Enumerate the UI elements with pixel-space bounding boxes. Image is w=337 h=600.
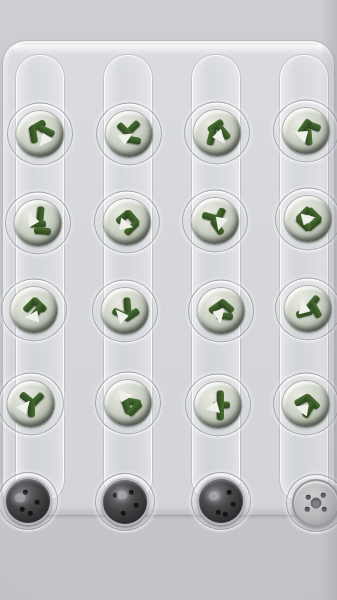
tray-cell xyxy=(0,358,75,450)
valve-item xyxy=(17,111,64,157)
tray-cell xyxy=(264,263,337,355)
disc-hole xyxy=(321,493,326,498)
valve-item xyxy=(106,111,153,157)
tray-cell xyxy=(264,174,337,266)
tray-cell xyxy=(81,265,169,357)
tray-cell xyxy=(83,177,171,269)
valve-item xyxy=(283,381,330,427)
tray-cell xyxy=(272,457,337,549)
disc-hole xyxy=(20,507,25,512)
metal-disc xyxy=(197,477,245,525)
disc-hole xyxy=(227,490,232,495)
tray-cell xyxy=(0,455,72,547)
tray-cell xyxy=(173,87,261,179)
metal-disc xyxy=(292,479,337,527)
photo-background: { "scene": { "description": "Overhead ph… xyxy=(0,0,337,600)
valve-item xyxy=(283,108,330,154)
tray-cell xyxy=(177,265,265,357)
valve-item xyxy=(285,196,332,242)
disc-hole xyxy=(121,511,126,516)
green-stem-bar xyxy=(33,227,51,235)
tray-cell xyxy=(84,357,172,449)
valve-item xyxy=(198,288,245,334)
disc-hole xyxy=(223,512,228,517)
valve-item xyxy=(192,198,239,244)
valve-item xyxy=(8,381,55,427)
valve-item xyxy=(104,199,151,245)
tray-cell xyxy=(81,456,169,548)
tray-cell xyxy=(85,88,173,180)
tray-cell xyxy=(262,85,337,177)
tray-cell xyxy=(177,455,265,547)
disc-hole xyxy=(134,503,139,508)
valve-item xyxy=(11,287,58,333)
metal-disc xyxy=(4,477,52,525)
disc-hole xyxy=(28,511,33,516)
tray-cell xyxy=(262,358,337,450)
photo xyxy=(0,0,337,600)
tray-cell xyxy=(0,178,82,270)
disc-hole xyxy=(216,510,221,515)
tray-cell xyxy=(0,264,78,356)
disc-hole xyxy=(306,495,311,500)
disc-hole xyxy=(322,507,327,512)
disc-hole xyxy=(305,507,310,512)
metal-disc xyxy=(101,478,149,526)
disc-hole xyxy=(129,490,134,495)
valve-item xyxy=(105,380,152,426)
highlight-smudge xyxy=(209,492,220,501)
blister-tray xyxy=(2,40,335,515)
valve-item xyxy=(102,288,149,334)
valve-item xyxy=(15,200,62,246)
valve-item xyxy=(195,382,242,428)
valve-item xyxy=(285,286,332,332)
disc-hole xyxy=(231,502,236,507)
tray-cell xyxy=(0,88,84,180)
highlight-smudge xyxy=(15,494,26,503)
disc-hole xyxy=(35,500,40,505)
highlight-smudge xyxy=(117,491,128,500)
tray-grid xyxy=(0,87,337,545)
tray-cell xyxy=(171,176,259,268)
tray-cell xyxy=(174,359,262,451)
center-hole xyxy=(311,498,322,509)
valve-item xyxy=(194,110,241,156)
